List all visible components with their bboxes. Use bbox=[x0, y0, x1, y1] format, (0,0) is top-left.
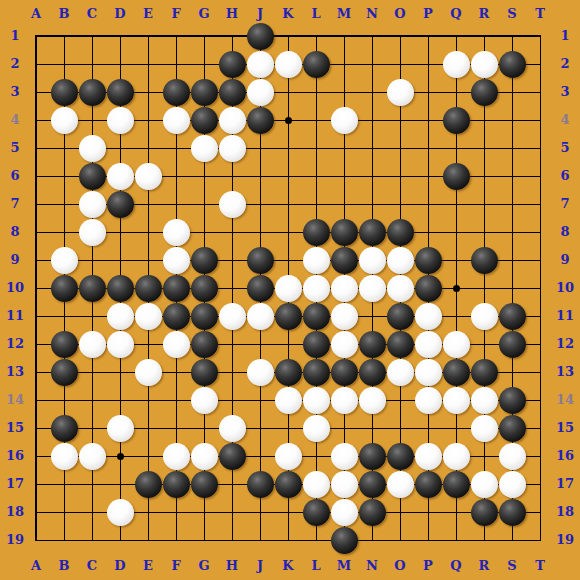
intersection-H19[interactable] bbox=[218, 526, 246, 554]
intersection-M8[interactable] bbox=[330, 218, 358, 246]
intersection-P3[interactable] bbox=[414, 78, 442, 106]
intersection-C11[interactable] bbox=[78, 302, 106, 330]
intersection-A3[interactable] bbox=[22, 78, 50, 106]
intersection-D13[interactable] bbox=[106, 358, 134, 386]
intersection-A9[interactable] bbox=[22, 246, 50, 274]
intersection-P5[interactable] bbox=[414, 134, 442, 162]
intersection-T12[interactable] bbox=[526, 330, 554, 358]
intersection-H5[interactable] bbox=[218, 134, 246, 162]
intersection-H6[interactable] bbox=[218, 162, 246, 190]
intersection-J6[interactable] bbox=[246, 162, 274, 190]
intersection-T10[interactable] bbox=[526, 274, 554, 302]
intersection-E14[interactable] bbox=[134, 386, 162, 414]
intersection-J9[interactable] bbox=[246, 246, 274, 274]
intersection-Q17[interactable] bbox=[442, 470, 470, 498]
intersection-H15[interactable] bbox=[218, 414, 246, 442]
intersection-T4[interactable] bbox=[526, 106, 554, 134]
intersection-D7[interactable] bbox=[106, 190, 134, 218]
intersection-C16[interactable] bbox=[78, 442, 106, 470]
intersection-H18[interactable] bbox=[218, 498, 246, 526]
intersection-B5[interactable] bbox=[50, 134, 78, 162]
intersection-K19[interactable] bbox=[274, 526, 302, 554]
intersection-B8[interactable] bbox=[50, 218, 78, 246]
intersection-G6[interactable] bbox=[190, 162, 218, 190]
intersection-R1[interactable] bbox=[470, 22, 498, 50]
intersection-M13[interactable] bbox=[330, 358, 358, 386]
intersection-R7[interactable] bbox=[470, 190, 498, 218]
intersection-K6[interactable] bbox=[274, 162, 302, 190]
intersection-D12[interactable] bbox=[106, 330, 134, 358]
intersection-D17[interactable] bbox=[106, 470, 134, 498]
intersection-H12[interactable] bbox=[218, 330, 246, 358]
intersection-L13[interactable] bbox=[302, 358, 330, 386]
intersection-F11[interactable] bbox=[162, 302, 190, 330]
intersection-Q1[interactable] bbox=[442, 22, 470, 50]
intersection-C8[interactable] bbox=[78, 218, 106, 246]
intersection-M10[interactable] bbox=[330, 274, 358, 302]
intersection-L15[interactable] bbox=[302, 414, 330, 442]
intersection-P12[interactable] bbox=[414, 330, 442, 358]
intersection-C7[interactable] bbox=[78, 190, 106, 218]
intersection-B6[interactable] bbox=[50, 162, 78, 190]
intersection-A10[interactable] bbox=[22, 274, 50, 302]
intersection-A8[interactable] bbox=[22, 218, 50, 246]
intersection-F10[interactable] bbox=[162, 274, 190, 302]
intersection-F16[interactable] bbox=[162, 442, 190, 470]
intersection-F18[interactable] bbox=[162, 498, 190, 526]
intersection-N11[interactable] bbox=[358, 302, 386, 330]
intersection-M17[interactable] bbox=[330, 470, 358, 498]
intersection-C10[interactable] bbox=[78, 274, 106, 302]
intersection-G8[interactable] bbox=[190, 218, 218, 246]
intersection-G13[interactable] bbox=[190, 358, 218, 386]
intersection-P19[interactable] bbox=[414, 526, 442, 554]
intersection-O19[interactable] bbox=[386, 526, 414, 554]
intersection-Q10[interactable] bbox=[442, 274, 470, 302]
intersection-T5[interactable] bbox=[526, 134, 554, 162]
intersection-O7[interactable] bbox=[386, 190, 414, 218]
intersection-K2[interactable] bbox=[274, 50, 302, 78]
intersection-O11[interactable] bbox=[386, 302, 414, 330]
intersection-A18[interactable] bbox=[22, 498, 50, 526]
intersection-B2[interactable] bbox=[50, 50, 78, 78]
intersection-J19[interactable] bbox=[246, 526, 274, 554]
intersection-S1[interactable] bbox=[498, 22, 526, 50]
intersection-F13[interactable] bbox=[162, 358, 190, 386]
intersection-R11[interactable] bbox=[470, 302, 498, 330]
intersection-T2[interactable] bbox=[526, 50, 554, 78]
intersection-E2[interactable] bbox=[134, 50, 162, 78]
intersection-O16[interactable] bbox=[386, 442, 414, 470]
intersection-C3[interactable] bbox=[78, 78, 106, 106]
intersection-C19[interactable] bbox=[78, 526, 106, 554]
intersection-E18[interactable] bbox=[134, 498, 162, 526]
intersection-D8[interactable] bbox=[106, 218, 134, 246]
intersection-T3[interactable] bbox=[526, 78, 554, 106]
intersection-A12[interactable] bbox=[22, 330, 50, 358]
intersection-C5[interactable] bbox=[78, 134, 106, 162]
intersection-E13[interactable] bbox=[134, 358, 162, 386]
intersection-M15[interactable] bbox=[330, 414, 358, 442]
intersection-M14[interactable] bbox=[330, 386, 358, 414]
intersection-A17[interactable] bbox=[22, 470, 50, 498]
intersection-L16[interactable] bbox=[302, 442, 330, 470]
intersection-T15[interactable] bbox=[526, 414, 554, 442]
intersection-Q15[interactable] bbox=[442, 414, 470, 442]
intersection-A2[interactable] bbox=[22, 50, 50, 78]
intersection-L9[interactable] bbox=[302, 246, 330, 274]
intersection-R4[interactable] bbox=[470, 106, 498, 134]
intersection-B1[interactable] bbox=[50, 22, 78, 50]
intersection-D18[interactable] bbox=[106, 498, 134, 526]
intersection-M11[interactable] bbox=[330, 302, 358, 330]
intersection-A4[interactable] bbox=[22, 106, 50, 134]
intersection-L5[interactable] bbox=[302, 134, 330, 162]
intersection-G17[interactable] bbox=[190, 470, 218, 498]
intersection-K8[interactable] bbox=[274, 218, 302, 246]
intersection-M7[interactable] bbox=[330, 190, 358, 218]
intersection-M1[interactable] bbox=[330, 22, 358, 50]
intersection-C13[interactable] bbox=[78, 358, 106, 386]
intersection-K11[interactable] bbox=[274, 302, 302, 330]
intersection-L6[interactable] bbox=[302, 162, 330, 190]
intersection-P9[interactable] bbox=[414, 246, 442, 274]
intersection-C2[interactable] bbox=[78, 50, 106, 78]
intersection-J14[interactable] bbox=[246, 386, 274, 414]
intersection-F6[interactable] bbox=[162, 162, 190, 190]
intersection-S10[interactable] bbox=[498, 274, 526, 302]
intersection-G19[interactable] bbox=[190, 526, 218, 554]
intersection-C17[interactable] bbox=[78, 470, 106, 498]
intersection-O14[interactable] bbox=[386, 386, 414, 414]
intersection-C1[interactable] bbox=[78, 22, 106, 50]
intersection-Q7[interactable] bbox=[442, 190, 470, 218]
intersection-N14[interactable] bbox=[358, 386, 386, 414]
intersection-P14[interactable] bbox=[414, 386, 442, 414]
intersection-N9[interactable] bbox=[358, 246, 386, 274]
intersection-S14[interactable] bbox=[498, 386, 526, 414]
intersection-O12[interactable] bbox=[386, 330, 414, 358]
intersection-B13[interactable] bbox=[50, 358, 78, 386]
intersection-P4[interactable] bbox=[414, 106, 442, 134]
intersection-Q19[interactable] bbox=[442, 526, 470, 554]
intersection-B17[interactable] bbox=[50, 470, 78, 498]
intersection-N8[interactable] bbox=[358, 218, 386, 246]
intersection-N17[interactable] bbox=[358, 470, 386, 498]
intersection-S15[interactable] bbox=[498, 414, 526, 442]
intersection-N13[interactable] bbox=[358, 358, 386, 386]
intersection-Q2[interactable] bbox=[442, 50, 470, 78]
intersection-Q18[interactable] bbox=[442, 498, 470, 526]
intersection-N3[interactable] bbox=[358, 78, 386, 106]
intersection-F9[interactable] bbox=[162, 246, 190, 274]
intersection-P13[interactable] bbox=[414, 358, 442, 386]
intersection-L3[interactable] bbox=[302, 78, 330, 106]
intersection-S17[interactable] bbox=[498, 470, 526, 498]
intersection-Q13[interactable] bbox=[442, 358, 470, 386]
intersection-K18[interactable] bbox=[274, 498, 302, 526]
intersection-E7[interactable] bbox=[134, 190, 162, 218]
intersection-H4[interactable] bbox=[218, 106, 246, 134]
intersection-H1[interactable] bbox=[218, 22, 246, 50]
intersection-O15[interactable] bbox=[386, 414, 414, 442]
intersection-T6[interactable] bbox=[526, 162, 554, 190]
intersection-D11[interactable] bbox=[106, 302, 134, 330]
intersection-J10[interactable] bbox=[246, 274, 274, 302]
intersection-M18[interactable] bbox=[330, 498, 358, 526]
intersection-P11[interactable] bbox=[414, 302, 442, 330]
intersection-L19[interactable] bbox=[302, 526, 330, 554]
intersection-N18[interactable] bbox=[358, 498, 386, 526]
intersection-L10[interactable] bbox=[302, 274, 330, 302]
intersection-T14[interactable] bbox=[526, 386, 554, 414]
intersection-G15[interactable] bbox=[190, 414, 218, 442]
intersection-F19[interactable] bbox=[162, 526, 190, 554]
intersection-P18[interactable] bbox=[414, 498, 442, 526]
intersection-O3[interactable] bbox=[386, 78, 414, 106]
intersection-T8[interactable] bbox=[526, 218, 554, 246]
intersection-B18[interactable] bbox=[50, 498, 78, 526]
intersection-R17[interactable] bbox=[470, 470, 498, 498]
intersection-F3[interactable] bbox=[162, 78, 190, 106]
intersection-B16[interactable] bbox=[50, 442, 78, 470]
intersection-C18[interactable] bbox=[78, 498, 106, 526]
intersection-F7[interactable] bbox=[162, 190, 190, 218]
intersection-J3[interactable] bbox=[246, 78, 274, 106]
intersection-G2[interactable] bbox=[190, 50, 218, 78]
intersection-B12[interactable] bbox=[50, 330, 78, 358]
intersection-E9[interactable] bbox=[134, 246, 162, 274]
intersection-K16[interactable] bbox=[274, 442, 302, 470]
intersection-B3[interactable] bbox=[50, 78, 78, 106]
intersection-D1[interactable] bbox=[106, 22, 134, 50]
intersection-M3[interactable] bbox=[330, 78, 358, 106]
intersection-T19[interactable] bbox=[526, 526, 554, 554]
intersection-A19[interactable] bbox=[22, 526, 50, 554]
intersection-O10[interactable] bbox=[386, 274, 414, 302]
intersection-H17[interactable] bbox=[218, 470, 246, 498]
intersection-R18[interactable] bbox=[470, 498, 498, 526]
intersection-M2[interactable] bbox=[330, 50, 358, 78]
intersection-K4[interactable] bbox=[274, 106, 302, 134]
intersection-P8[interactable] bbox=[414, 218, 442, 246]
intersection-B11[interactable] bbox=[50, 302, 78, 330]
intersection-O1[interactable] bbox=[386, 22, 414, 50]
intersection-S16[interactable] bbox=[498, 442, 526, 470]
intersection-O5[interactable] bbox=[386, 134, 414, 162]
intersection-K5[interactable] bbox=[274, 134, 302, 162]
intersection-N10[interactable] bbox=[358, 274, 386, 302]
intersection-G16[interactable] bbox=[190, 442, 218, 470]
intersection-J8[interactable] bbox=[246, 218, 274, 246]
intersection-O13[interactable] bbox=[386, 358, 414, 386]
intersection-M6[interactable] bbox=[330, 162, 358, 190]
intersection-J18[interactable] bbox=[246, 498, 274, 526]
intersection-L1[interactable] bbox=[302, 22, 330, 50]
intersection-D2[interactable] bbox=[106, 50, 134, 78]
intersection-F5[interactable] bbox=[162, 134, 190, 162]
intersection-K7[interactable] bbox=[274, 190, 302, 218]
intersection-M9[interactable] bbox=[330, 246, 358, 274]
intersection-J7[interactable] bbox=[246, 190, 274, 218]
intersection-J5[interactable] bbox=[246, 134, 274, 162]
intersection-J15[interactable] bbox=[246, 414, 274, 442]
intersection-E5[interactable] bbox=[134, 134, 162, 162]
intersection-N15[interactable] bbox=[358, 414, 386, 442]
intersection-H11[interactable] bbox=[218, 302, 246, 330]
intersection-T13[interactable] bbox=[526, 358, 554, 386]
intersection-S8[interactable] bbox=[498, 218, 526, 246]
intersection-P10[interactable] bbox=[414, 274, 442, 302]
intersection-N16[interactable] bbox=[358, 442, 386, 470]
intersection-L7[interactable] bbox=[302, 190, 330, 218]
intersection-H3[interactable] bbox=[218, 78, 246, 106]
intersection-A1[interactable] bbox=[22, 22, 50, 50]
intersection-D4[interactable] bbox=[106, 106, 134, 134]
intersection-P15[interactable] bbox=[414, 414, 442, 442]
intersection-R15[interactable] bbox=[470, 414, 498, 442]
intersection-G5[interactable] bbox=[190, 134, 218, 162]
intersection-N12[interactable] bbox=[358, 330, 386, 358]
intersection-E12[interactable] bbox=[134, 330, 162, 358]
intersection-R10[interactable] bbox=[470, 274, 498, 302]
intersection-M16[interactable] bbox=[330, 442, 358, 470]
intersection-C4[interactable] bbox=[78, 106, 106, 134]
intersection-C12[interactable] bbox=[78, 330, 106, 358]
intersection-A11[interactable] bbox=[22, 302, 50, 330]
intersection-S6[interactable] bbox=[498, 162, 526, 190]
intersection-N4[interactable] bbox=[358, 106, 386, 134]
intersection-Q8[interactable] bbox=[442, 218, 470, 246]
intersection-H2[interactable] bbox=[218, 50, 246, 78]
intersection-F14[interactable] bbox=[162, 386, 190, 414]
intersection-E4[interactable] bbox=[134, 106, 162, 134]
intersection-C14[interactable] bbox=[78, 386, 106, 414]
intersection-K15[interactable] bbox=[274, 414, 302, 442]
intersection-A7[interactable] bbox=[22, 190, 50, 218]
intersection-T18[interactable] bbox=[526, 498, 554, 526]
intersection-T1[interactable] bbox=[526, 22, 554, 50]
intersection-J16[interactable] bbox=[246, 442, 274, 470]
intersection-K9[interactable] bbox=[274, 246, 302, 274]
intersection-F1[interactable] bbox=[162, 22, 190, 50]
intersection-E11[interactable] bbox=[134, 302, 162, 330]
intersection-K13[interactable] bbox=[274, 358, 302, 386]
intersection-S7[interactable] bbox=[498, 190, 526, 218]
intersection-S5[interactable] bbox=[498, 134, 526, 162]
intersection-R2[interactable] bbox=[470, 50, 498, 78]
intersection-K3[interactable] bbox=[274, 78, 302, 106]
intersection-J1[interactable] bbox=[246, 22, 274, 50]
intersection-S11[interactable] bbox=[498, 302, 526, 330]
intersection-K14[interactable] bbox=[274, 386, 302, 414]
intersection-P2[interactable] bbox=[414, 50, 442, 78]
intersection-H9[interactable] bbox=[218, 246, 246, 274]
intersection-F4[interactable] bbox=[162, 106, 190, 134]
intersection-O8[interactable] bbox=[386, 218, 414, 246]
intersection-F12[interactable] bbox=[162, 330, 190, 358]
intersection-E15[interactable] bbox=[134, 414, 162, 442]
intersection-C9[interactable] bbox=[78, 246, 106, 274]
intersection-G18[interactable] bbox=[190, 498, 218, 526]
intersection-L4[interactable] bbox=[302, 106, 330, 134]
intersection-Q4[interactable] bbox=[442, 106, 470, 134]
intersection-D9[interactable] bbox=[106, 246, 134, 274]
intersection-H14[interactable] bbox=[218, 386, 246, 414]
intersection-B10[interactable] bbox=[50, 274, 78, 302]
intersection-G4[interactable] bbox=[190, 106, 218, 134]
intersection-G14[interactable] bbox=[190, 386, 218, 414]
intersection-F2[interactable] bbox=[162, 50, 190, 78]
intersection-Q16[interactable] bbox=[442, 442, 470, 470]
intersection-L17[interactable] bbox=[302, 470, 330, 498]
intersection-S18[interactable] bbox=[498, 498, 526, 526]
intersection-R9[interactable] bbox=[470, 246, 498, 274]
intersection-D14[interactable] bbox=[106, 386, 134, 414]
intersection-A14[interactable] bbox=[22, 386, 50, 414]
intersection-D3[interactable] bbox=[106, 78, 134, 106]
intersection-H8[interactable] bbox=[218, 218, 246, 246]
intersection-A13[interactable] bbox=[22, 358, 50, 386]
intersection-D6[interactable] bbox=[106, 162, 134, 190]
intersection-D16[interactable] bbox=[106, 442, 134, 470]
intersection-O17[interactable] bbox=[386, 470, 414, 498]
intersection-A16[interactable] bbox=[22, 442, 50, 470]
intersection-A5[interactable] bbox=[22, 134, 50, 162]
intersection-Q11[interactable] bbox=[442, 302, 470, 330]
intersection-Q14[interactable] bbox=[442, 386, 470, 414]
intersection-R19[interactable] bbox=[470, 526, 498, 554]
intersection-A15[interactable] bbox=[22, 414, 50, 442]
intersection-E16[interactable] bbox=[134, 442, 162, 470]
intersection-L2[interactable] bbox=[302, 50, 330, 78]
board-grid[interactable] bbox=[22, 22, 554, 554]
intersection-J11[interactable] bbox=[246, 302, 274, 330]
intersection-O18[interactable] bbox=[386, 498, 414, 526]
intersection-G9[interactable] bbox=[190, 246, 218, 274]
intersection-O9[interactable] bbox=[386, 246, 414, 274]
intersection-R3[interactable] bbox=[470, 78, 498, 106]
intersection-S2[interactable] bbox=[498, 50, 526, 78]
intersection-T7[interactable] bbox=[526, 190, 554, 218]
intersection-R5[interactable] bbox=[470, 134, 498, 162]
intersection-D19[interactable] bbox=[106, 526, 134, 554]
intersection-Q5[interactable] bbox=[442, 134, 470, 162]
intersection-K17[interactable] bbox=[274, 470, 302, 498]
intersection-E8[interactable] bbox=[134, 218, 162, 246]
intersection-R14[interactable] bbox=[470, 386, 498, 414]
intersection-H10[interactable] bbox=[218, 274, 246, 302]
intersection-B9[interactable] bbox=[50, 246, 78, 274]
intersection-A6[interactable] bbox=[22, 162, 50, 190]
intersection-D5[interactable] bbox=[106, 134, 134, 162]
intersection-P6[interactable] bbox=[414, 162, 442, 190]
intersection-L8[interactable] bbox=[302, 218, 330, 246]
intersection-F15[interactable] bbox=[162, 414, 190, 442]
intersection-N19[interactable] bbox=[358, 526, 386, 554]
intersection-E6[interactable] bbox=[134, 162, 162, 190]
intersection-J13[interactable] bbox=[246, 358, 274, 386]
intersection-E17[interactable] bbox=[134, 470, 162, 498]
intersection-L11[interactable] bbox=[302, 302, 330, 330]
intersection-E3[interactable] bbox=[134, 78, 162, 106]
intersection-S3[interactable] bbox=[498, 78, 526, 106]
intersection-N1[interactable] bbox=[358, 22, 386, 50]
intersection-M4[interactable] bbox=[330, 106, 358, 134]
intersection-O2[interactable] bbox=[386, 50, 414, 78]
intersection-O6[interactable] bbox=[386, 162, 414, 190]
intersection-P17[interactable] bbox=[414, 470, 442, 498]
